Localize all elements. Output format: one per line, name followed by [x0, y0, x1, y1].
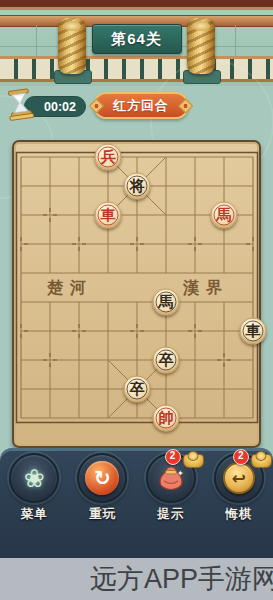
turn-badge-label: 红方回合	[113, 98, 169, 113]
piece-black-卒[interactable]: 卒	[153, 347, 180, 374]
piece-glyph: 兵	[96, 145, 121, 170]
hint-pouch-icon: ✦	[154, 461, 188, 495]
replay-button[interactable]: ↻重玩	[71, 453, 133, 523]
dragon-pillar-icon	[187, 18, 215, 74]
piece-black-車[interactable]: 車	[240, 318, 267, 345]
ad-ingot-icon	[251, 454, 272, 468]
xiangqi-board[interactable]: 楚河 漢界 兵将車馬馬車卒卒帥	[12, 140, 261, 448]
lotus-icon: ❀	[24, 466, 45, 491]
level-plaque: 第64关	[92, 24, 182, 54]
board-grid[interactable]: 楚河 漢界 兵将車馬馬車卒卒帥	[21, 157, 253, 418]
hint-button[interactable]: 2✦提示	[140, 453, 202, 523]
menu-button[interactable]: ❀菜单	[3, 453, 65, 523]
roof-strip	[0, 0, 273, 7]
piece-red-馬[interactable]: 馬	[211, 202, 238, 229]
piece-red-兵[interactable]: 兵	[95, 144, 122, 171]
piece-black-馬[interactable]: 馬	[153, 289, 180, 316]
game-screen: 第64关 00:02 红方回合 楚河 漢界 兵将車馬馬車卒卒帥 ❀菜单↻重玩2✦…	[0, 0, 273, 600]
watermark-text: 远方APP手游网	[90, 561, 273, 597]
turn-badge: 红方回合	[93, 92, 189, 119]
undo-coin-icon: ↩	[223, 462, 255, 494]
replay-arrows-icon: ↻	[85, 461, 119, 495]
menu-button-label: 菜单	[21, 506, 48, 523]
roof-trim	[0, 7, 273, 10]
dragon-pillar-icon	[58, 18, 86, 74]
piece-red-車[interactable]: 車	[95, 202, 122, 229]
undo-button[interactable]: 2↩悔棋	[208, 453, 270, 523]
piece-glyph: 将	[125, 174, 150, 199]
piece-red-帥[interactable]: 帥	[153, 405, 180, 432]
piece-glyph: 馬	[212, 203, 237, 228]
replay-button-label: 重玩	[89, 506, 116, 523]
toolbar: ❀菜单↻重玩2✦提示2↩悔棋	[0, 453, 273, 523]
hourglass-icon	[5, 88, 35, 124]
piece-glyph: 車	[241, 319, 266, 344]
undo-button-label: 悔棋	[225, 506, 252, 523]
piece-glyph: 帥	[154, 406, 179, 431]
hint-button-label: 提示	[157, 506, 184, 523]
piece-glyph: 卒	[154, 348, 179, 373]
svg-text:✦: ✦	[177, 469, 184, 478]
piece-glyph: 車	[96, 203, 121, 228]
count-badge: 2	[165, 449, 181, 465]
replay-button-circle[interactable]: ↻	[77, 453, 127, 503]
river-label-right: 漢界	[183, 275, 229, 301]
menu-button-circle[interactable]: ❀	[9, 453, 59, 503]
piece-black-卒[interactable]: 卒	[124, 376, 151, 403]
watermark-band: 远方APP手游网	[0, 558, 273, 600]
piece-glyph: 卒	[125, 377, 150, 402]
piece-glyph: 馬	[154, 290, 179, 315]
piece-black-将[interactable]: 将	[124, 173, 151, 200]
bottom-bar: ❀菜单↻重玩2✦提示2↩悔棋	[0, 448, 273, 558]
count-badge: 2	[233, 449, 249, 465]
wall-post	[36, 25, 37, 57]
river-label-left: 楚河	[47, 275, 93, 301]
ad-ingot-icon	[183, 454, 204, 468]
wall-post	[235, 25, 236, 57]
diamond-icon	[89, 98, 105, 114]
